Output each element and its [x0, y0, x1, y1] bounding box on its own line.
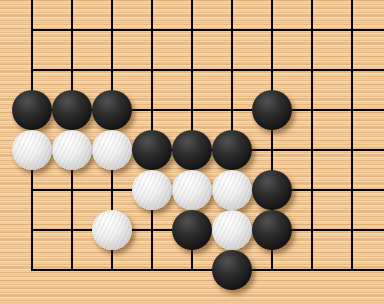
board-intersection[interactable]	[93, 11, 131, 49]
board-intersection[interactable]	[253, 131, 291, 169]
black-stone[interactable]	[92, 90, 132, 130]
black-stone[interactable]	[252, 170, 292, 210]
white-stone[interactable]	[212, 210, 252, 250]
board-intersection[interactable]	[333, 11, 371, 49]
board-intersection[interactable]	[293, 91, 331, 129]
black-stone[interactable]	[212, 130, 252, 170]
white-stone[interactable]	[52, 130, 92, 170]
white-stone[interactable]	[212, 170, 252, 210]
board-intersection[interactable]	[173, 51, 211, 89]
board-intersection[interactable]	[213, 51, 251, 89]
white-stone[interactable]	[92, 130, 132, 170]
board-intersection[interactable]	[173, 91, 211, 129]
go-board[interactable]	[0, 0, 384, 304]
board-intersection[interactable]	[93, 251, 131, 289]
board-intersection[interactable]	[133, 91, 171, 129]
board-intersection[interactable]	[213, 91, 251, 129]
black-stone[interactable]	[212, 250, 252, 290]
board-intersection[interactable]	[213, 11, 251, 49]
board-intersection[interactable]	[53, 51, 91, 89]
white-stone[interactable]	[172, 170, 212, 210]
board-intersection[interactable]	[293, 131, 331, 169]
black-stone[interactable]	[12, 90, 52, 130]
board-intersection[interactable]	[53, 251, 91, 289]
board-intersection[interactable]	[13, 11, 51, 49]
board-intersection[interactable]	[133, 51, 171, 89]
board-intersection[interactable]	[13, 251, 51, 289]
board-intersection[interactable]	[133, 251, 171, 289]
board-intersection[interactable]	[293, 171, 331, 209]
board-intersection[interactable]	[93, 171, 131, 209]
board-intersection[interactable]	[293, 11, 331, 49]
board-intersection[interactable]	[53, 211, 91, 249]
board-intersection[interactable]	[333, 131, 371, 169]
board-intersection[interactable]	[13, 51, 51, 89]
white-stone[interactable]	[92, 210, 132, 250]
board-intersection[interactable]	[333, 51, 371, 89]
black-stone[interactable]	[172, 130, 212, 170]
black-stone[interactable]	[252, 90, 292, 130]
board-intersection[interactable]	[253, 11, 291, 49]
board-intersection[interactable]	[173, 11, 211, 49]
board-intersection[interactable]	[293, 211, 331, 249]
black-stone[interactable]	[52, 90, 92, 130]
board-intersection[interactable]	[93, 51, 131, 89]
board-intersection[interactable]	[333, 171, 371, 209]
board-intersection[interactable]	[53, 171, 91, 209]
board-intersection[interactable]	[293, 51, 331, 89]
black-stone[interactable]	[132, 130, 172, 170]
board-intersection[interactable]	[173, 251, 211, 289]
board-intersection[interactable]	[253, 51, 291, 89]
board-intersection[interactable]	[293, 251, 331, 289]
board-intersection[interactable]	[133, 211, 171, 249]
board-intersection[interactable]	[13, 171, 51, 209]
black-stone[interactable]	[172, 210, 212, 250]
board-intersection[interactable]	[253, 251, 291, 289]
black-stone[interactable]	[252, 210, 292, 250]
board-intersection[interactable]	[13, 211, 51, 249]
board-intersection[interactable]	[133, 11, 171, 49]
board-intersection[interactable]	[333, 91, 371, 129]
board-intersection[interactable]	[333, 251, 371, 289]
white-stone[interactable]	[132, 170, 172, 210]
board-intersection[interactable]	[333, 211, 371, 249]
board-intersection[interactable]	[53, 11, 91, 49]
white-stone[interactable]	[12, 130, 52, 170]
